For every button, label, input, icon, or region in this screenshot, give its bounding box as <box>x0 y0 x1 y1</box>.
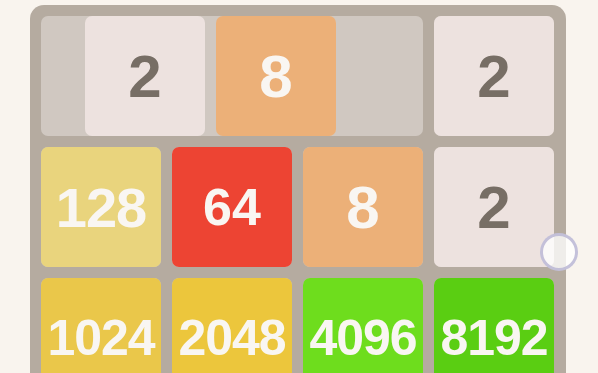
tile-2: 2 <box>85 16 205 136</box>
2048-screen: 28212864821024204840968192 <box>0 0 598 373</box>
tile-8: 8 <box>216 16 336 136</box>
tile-8192: 8192 <box>434 278 554 373</box>
tile-128: 128 <box>41 147 161 267</box>
touch-cursor <box>540 233 578 271</box>
tile-2: 2 <box>434 147 554 267</box>
tile-64: 64 <box>172 147 292 267</box>
2048-board[interactable]: 28212864821024204840968192 <box>30 5 566 373</box>
tile-2: 2 <box>434 16 554 136</box>
tile-8: 8 <box>303 147 423 267</box>
tile-4096: 4096 <box>303 278 423 373</box>
tile-2048: 2048 <box>172 278 292 373</box>
tile-1024: 1024 <box>41 278 161 373</box>
